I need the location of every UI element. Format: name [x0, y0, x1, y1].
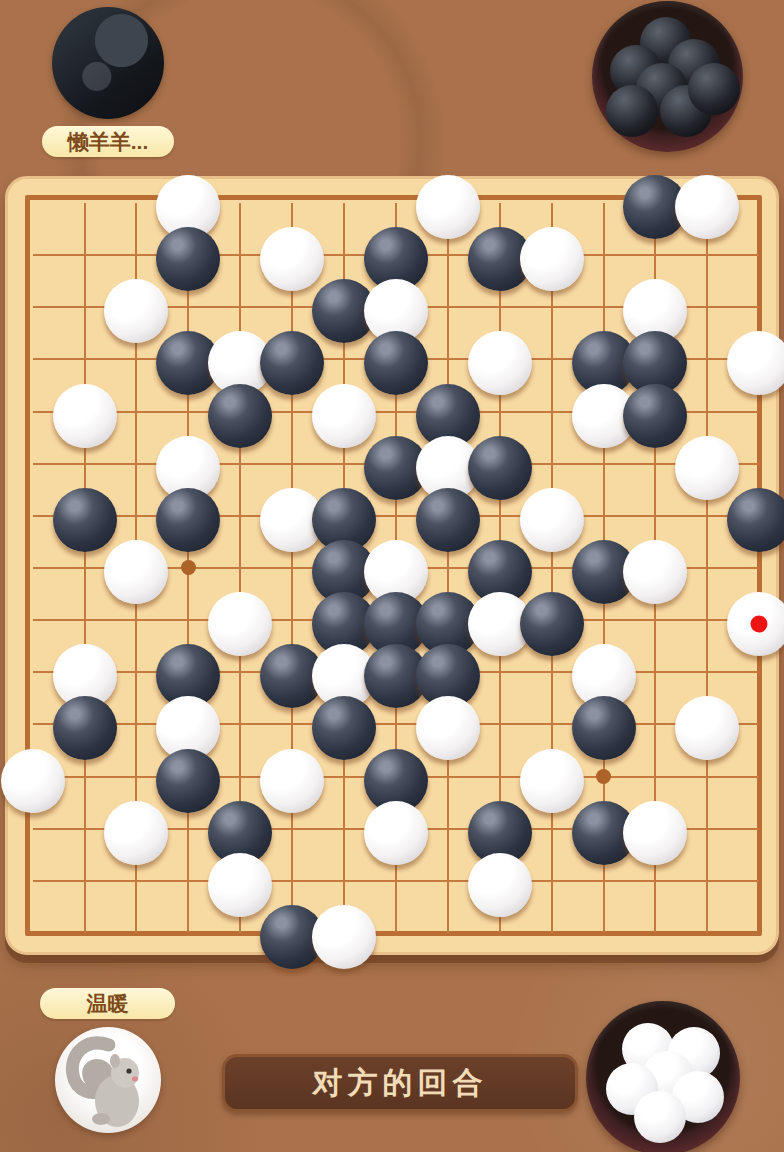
- black-stone: [520, 592, 584, 656]
- white-stone: [53, 384, 117, 448]
- black-stone: [572, 696, 636, 760]
- bottom-player-avatar[interactable]: [55, 1027, 161, 1133]
- black-bowl-stone: [606, 85, 658, 137]
- black-stone: [156, 488, 220, 552]
- white-stone: [623, 540, 687, 604]
- white-stone: [104, 801, 168, 865]
- grid-line: [447, 203, 449, 933]
- black-stone: [623, 384, 687, 448]
- black-stone: [156, 749, 220, 813]
- white-stone: [727, 592, 784, 656]
- white-stone: [727, 331, 784, 395]
- white-stone: [468, 331, 532, 395]
- last-move-marker: [751, 616, 768, 633]
- white-stone: [104, 540, 168, 604]
- squirrel-icon: [55, 1027, 161, 1133]
- black-stone: [727, 488, 784, 552]
- black-stone: [468, 436, 532, 500]
- white-stone: [468, 853, 532, 917]
- white-stone: [312, 384, 376, 448]
- black-stone: [208, 384, 272, 448]
- black-stone: [53, 488, 117, 552]
- white-stone: [416, 696, 480, 760]
- white-stone: [208, 592, 272, 656]
- black-stone: [416, 488, 480, 552]
- star-point: [596, 769, 611, 784]
- black-stone: [156, 227, 220, 291]
- grid-line: [706, 203, 708, 933]
- white-stone: [416, 175, 480, 239]
- white-stone: [520, 227, 584, 291]
- grid-line: [33, 880, 760, 882]
- white-stone: [260, 749, 324, 813]
- white-stone: [520, 488, 584, 552]
- go-board[interactable]: [5, 176, 779, 955]
- white-stone-bowl: [586, 1001, 740, 1152]
- white-stone: [208, 853, 272, 917]
- white-stone: [260, 227, 324, 291]
- white-stone: [675, 175, 739, 239]
- turn-status-button: 对方的回合: [222, 1054, 578, 1112]
- black-stone: [53, 696, 117, 760]
- white-stone: [312, 905, 376, 969]
- grid-line: [551, 203, 553, 933]
- grid-line: [33, 723, 760, 725]
- white-stone: [675, 436, 739, 500]
- bottom-player-name: 温暖: [40, 988, 175, 1019]
- white-stone: [1, 749, 65, 813]
- black-stone-bowl: [592, 1, 743, 152]
- top-player-name: 懒羊羊...: [42, 126, 174, 157]
- white-stone: [364, 801, 428, 865]
- black-bowl-stone: [688, 63, 740, 115]
- white-stone: [520, 749, 584, 813]
- white-stone: [623, 801, 687, 865]
- black-stone: [312, 696, 376, 760]
- black-stone: [364, 331, 428, 395]
- top-player-avatar[interactable]: [52, 7, 164, 119]
- white-bowl-stone: [634, 1091, 686, 1143]
